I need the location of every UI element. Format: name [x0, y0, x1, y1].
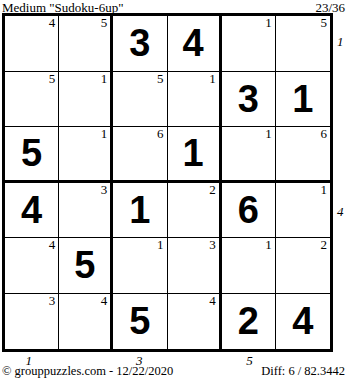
- cell-r1c3[interactable]: 3: [113, 16, 167, 72]
- pencil-mark: 3: [209, 238, 216, 253]
- pencil-mark: 4: [101, 294, 108, 309]
- cell-r4c3[interactable]: 1: [113, 183, 167, 239]
- cell-r5c4[interactable]: 3: [168, 238, 222, 294]
- cell-r2c1[interactable]: 5: [5, 72, 59, 128]
- difficulty-text: Diff: 6 / 82.3442: [261, 364, 345, 379]
- placed-digit: 1: [113, 183, 166, 238]
- pencil-mark: 1: [209, 72, 216, 87]
- cell-r1c2[interactable]: 5: [59, 16, 113, 72]
- cell-r2c4[interactable]: 1: [168, 72, 222, 128]
- cell-r6c6[interactable]: 4: [276, 294, 330, 350]
- puzzle-page: Medium "Sudoku-6up" 23/36 45341551513151…: [0, 0, 347, 381]
- cell-r1c6[interactable]: 5: [276, 16, 330, 72]
- pencil-mark: 1: [157, 238, 164, 253]
- placed-digit: 4: [276, 294, 330, 350]
- pencil-mark: 4: [49, 16, 56, 31]
- pencil-mark: 4: [209, 294, 216, 309]
- pencil-mark: 5: [157, 72, 164, 87]
- cell-r5c5[interactable]: 1: [222, 238, 276, 294]
- cell-r4c4[interactable]: 2: [168, 183, 222, 239]
- pencil-mark: 5: [321, 16, 328, 31]
- col-label-3: 3: [136, 354, 143, 367]
- pencil-mark: 1: [265, 238, 272, 253]
- pencil-mark: 1: [101, 72, 108, 87]
- cell-r3c3[interactable]: 6: [113, 127, 167, 183]
- pencil-mark: 6: [157, 127, 164, 142]
- pencil-mark: 1: [101, 127, 108, 142]
- cell-r1c1[interactable]: 4: [5, 16, 59, 72]
- pencil-mark: 2: [321, 238, 328, 253]
- cell-r6c3[interactable]: 5: [113, 294, 167, 350]
- cell-r4c6[interactable]: 1: [276, 183, 330, 239]
- placed-digit: 6: [222, 183, 275, 238]
- cell-r1c4[interactable]: 4: [168, 16, 222, 72]
- cell-r2c6[interactable]: 1: [276, 72, 330, 128]
- placed-digit: 3: [222, 72, 275, 127]
- cell-r5c1[interactable]: 4: [5, 238, 59, 294]
- pencil-mark: 3: [49, 294, 56, 309]
- pencil-mark: 5: [49, 72, 56, 87]
- col-label-1: 1: [26, 354, 33, 367]
- cell-r6c1[interactable]: 3: [5, 294, 59, 350]
- sudoku-board: 453415515131516116431261451312345424: [2, 13, 333, 352]
- cell-r2c3[interactable]: 5: [113, 72, 167, 128]
- placed-digit: 5: [113, 294, 166, 350]
- cell-r5c3[interactable]: 1: [113, 238, 167, 294]
- cell-r6c2[interactable]: 4: [59, 294, 113, 350]
- pencil-mark: 1: [265, 16, 272, 31]
- cell-r3c4[interactable]: 1: [168, 127, 222, 183]
- pencil-mark: 3: [101, 183, 108, 198]
- placed-digit: 5: [5, 127, 58, 180]
- col-label-5: 5: [246, 354, 253, 367]
- cell-r5c2[interactable]: 5: [59, 238, 113, 294]
- row-label-1: 1: [337, 35, 344, 48]
- cell-r5c6[interactable]: 2: [276, 238, 330, 294]
- cell-r3c6[interactable]: 6: [276, 127, 330, 183]
- cell-r1c5[interactable]: 1: [222, 16, 276, 72]
- cell-r4c2[interactable]: 3: [59, 183, 113, 239]
- placed-digit: 4: [168, 16, 219, 71]
- pencil-mark: 1: [265, 127, 272, 142]
- placed-digit: 4: [5, 183, 58, 238]
- cell-r3c1[interactable]: 5: [5, 127, 59, 183]
- pencil-mark: 5: [101, 16, 108, 31]
- pencil-mark: 1: [321, 183, 328, 198]
- pencil-mark: 6: [321, 127, 328, 142]
- cell-r3c2[interactable]: 1: [59, 127, 113, 183]
- pencil-mark: 4: [49, 238, 56, 253]
- row-label-4: 4: [337, 205, 344, 218]
- cell-r6c4[interactable]: 4: [168, 294, 222, 350]
- cell-r4c5[interactable]: 6: [222, 183, 276, 239]
- cell-r3c5[interactable]: 1: [222, 127, 276, 183]
- placed-digit: 1: [276, 72, 330, 127]
- placed-digit: 2: [222, 294, 275, 350]
- cell-r4c1[interactable]: 4: [5, 183, 59, 239]
- cell-r6c5[interactable]: 2: [222, 294, 276, 350]
- pencil-mark: 2: [209, 183, 216, 198]
- placed-digit: 1: [168, 127, 219, 180]
- cell-r2c5[interactable]: 3: [222, 72, 276, 128]
- cell-r2c2[interactable]: 1: [59, 72, 113, 128]
- placed-digit: 5: [59, 238, 110, 293]
- placed-digit: 3: [113, 16, 166, 71]
